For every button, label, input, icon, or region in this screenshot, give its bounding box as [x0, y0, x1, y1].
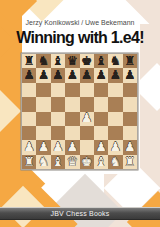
board-square [94, 83, 108, 97]
white-knight: ♞ [38, 155, 49, 168]
board-square [108, 83, 122, 97]
board-square: ♜ [22, 155, 36, 169]
board-square [36, 97, 50, 111]
white-pawn: ♟ [124, 141, 135, 154]
white-pawn: ♟ [38, 141, 49, 154]
board-square [123, 126, 137, 140]
board-square [51, 97, 65, 111]
black-king: ♚ [81, 54, 92, 67]
white-pawn: ♟ [81, 112, 92, 125]
white-pawn: ♟ [67, 141, 78, 154]
board-square [94, 112, 108, 126]
chess-board-frame: ♜♞♝♛♚♝♞♜♟♟♟♟♟♟♟♟♟♟♟♟♟♟♟♟♜♞♝♛♚♝♞♜ [21, 53, 138, 170]
board-square [65, 83, 79, 97]
board-square: ♝ [94, 155, 108, 169]
board-square [51, 126, 65, 140]
board-square: ♜ [22, 54, 36, 68]
board-square [65, 97, 79, 111]
black-pawn: ♟ [38, 69, 49, 82]
author-names: Jerzy Konikowski / Uwe Bekemann [0, 19, 160, 27]
book-cover: Jerzy Konikowski / Uwe Bekemann Winning … [0, 0, 160, 227]
board-square: ♟ [123, 68, 137, 82]
board-square: ♟ [80, 68, 94, 82]
board-square: ♟ [36, 68, 50, 82]
black-pawn: ♟ [24, 69, 35, 82]
board-square [108, 97, 122, 111]
board-square: ♟ [22, 68, 36, 82]
board-square: ♟ [108, 140, 122, 154]
board-square: ♚ [80, 54, 94, 68]
black-pawn: ♟ [110, 69, 121, 82]
board-square: ♞ [108, 54, 122, 68]
white-pawn: ♟ [110, 141, 121, 154]
board-square [51, 112, 65, 126]
white-king: ♚ [81, 155, 92, 168]
board-square [36, 112, 50, 126]
white-pawn: ♟ [24, 141, 35, 154]
board-square [108, 112, 122, 126]
board-square: ♜ [123, 54, 137, 68]
board-square [51, 83, 65, 97]
board-square [80, 83, 94, 97]
white-pawn: ♟ [95, 141, 106, 154]
board-square: ♟ [22, 140, 36, 154]
board-square: ♟ [94, 140, 108, 154]
board-square [22, 83, 36, 97]
board-square [94, 126, 108, 140]
board-square [22, 112, 36, 126]
white-rook: ♜ [124, 155, 135, 168]
board-square: ♞ [36, 155, 50, 169]
board-square: ♟ [65, 140, 79, 154]
white-bishop: ♝ [52, 155, 63, 168]
board-square [80, 126, 94, 140]
board-square [22, 97, 36, 111]
board-square: ♛ [65, 54, 79, 68]
black-knight: ♞ [38, 54, 49, 67]
board-square [36, 83, 50, 97]
black-pawn: ♟ [52, 69, 63, 82]
board-square: ♟ [36, 140, 50, 154]
black-bishop: ♝ [95, 54, 106, 67]
board-square [123, 97, 137, 111]
board-square [108, 126, 122, 140]
board-square: ♟ [80, 112, 94, 126]
board-square: ♝ [51, 155, 65, 169]
board-square: ♝ [94, 54, 108, 68]
board-square: ♚ [80, 155, 94, 169]
black-rook: ♜ [124, 54, 135, 67]
black-knight: ♞ [110, 54, 121, 67]
board-square [36, 126, 50, 140]
board-square: ♟ [108, 68, 122, 82]
board-square [65, 112, 79, 126]
board-square: ♛ [65, 155, 79, 169]
board-square: ♜ [123, 155, 137, 169]
black-bishop: ♝ [52, 54, 63, 67]
white-pawn: ♟ [52, 141, 63, 154]
board-square: ♟ [123, 140, 137, 154]
publisher-name: JBV Chess Books [50, 210, 109, 217]
board-square: ♟ [94, 68, 108, 82]
black-pawn: ♟ [81, 69, 92, 82]
board-square [123, 112, 137, 126]
board-square: ♝ [51, 54, 65, 68]
black-pawn: ♟ [124, 69, 135, 82]
chess-board: ♜♞♝♛♚♝♞♜♟♟♟♟♟♟♟♟♟♟♟♟♟♟♟♟♜♞♝♛♚♝♞♜ [22, 54, 137, 169]
board-square [94, 97, 108, 111]
black-pawn: ♟ [95, 69, 106, 82]
white-queen: ♛ [67, 155, 78, 168]
board-square: ♟ [51, 140, 65, 154]
board-square: ♟ [65, 68, 79, 82]
board-square [80, 97, 94, 111]
black-pawn: ♟ [67, 69, 78, 82]
board-square [123, 83, 137, 97]
board-square: ♞ [108, 155, 122, 169]
white-knight: ♞ [110, 155, 121, 168]
board-square: ♞ [36, 54, 50, 68]
board-square: ♟ [51, 68, 65, 82]
book-title: Winning with 1.e4! [0, 28, 160, 47]
white-rook: ♜ [24, 155, 35, 168]
publisher-bar: JBV Chess Books [0, 207, 160, 220]
black-rook: ♜ [24, 54, 35, 67]
white-bishop: ♝ [95, 155, 106, 168]
board-square [65, 126, 79, 140]
black-queen: ♛ [67, 54, 78, 67]
board-square [22, 126, 36, 140]
board-square [80, 140, 94, 154]
